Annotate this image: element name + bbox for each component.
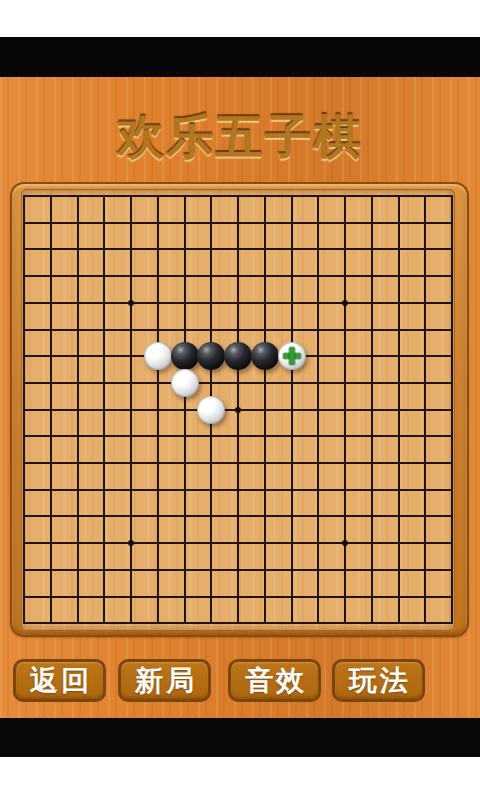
grid-line-v [371,195,373,624]
grid-line-v [317,195,319,624]
grid-line-h [23,542,453,544]
last-move-marker [278,342,306,370]
app-title: 欢乐五子棋 [0,106,480,169]
grid-line-v [291,195,293,624]
star-point [342,540,348,546]
board-grid[interactable] [23,195,453,624]
star-point [128,300,134,306]
black-stone [251,342,279,370]
grid-line-v [398,195,400,624]
grid-line-h [23,435,453,437]
sound-button[interactable]: 音效 [228,659,321,702]
white-stone [197,396,225,424]
star-point [128,540,134,546]
grid-line-h [23,569,453,571]
phone-screen: 欢乐五子棋 返回 新局 音效 玩法 [0,0,480,800]
star-point [235,407,241,413]
new-game-button[interactable]: 新局 [118,659,211,702]
white-stone [144,342,172,370]
grid-line-v [451,195,453,624]
black-stone [171,342,199,370]
star-point [342,300,348,306]
grid-line-v [344,195,346,624]
back-button[interactable]: 返回 [13,659,106,702]
board-frame [10,182,469,637]
black-stone [197,342,225,370]
grid-line-h [23,596,453,598]
status-bar [0,37,480,78]
grid-line-v [424,195,426,624]
board[interactable] [21,189,455,631]
grid-line-h [23,515,453,517]
white-stone [171,369,199,397]
black-stone [224,342,252,370]
grid-line-h [23,489,453,491]
rules-button[interactable]: 玩法 [332,659,425,702]
grid-line-v [264,195,266,624]
grid-line-h [23,622,453,624]
grid-line-h [23,462,453,464]
white-stone [278,342,306,370]
bottom-letterbox-bar [0,718,480,757]
